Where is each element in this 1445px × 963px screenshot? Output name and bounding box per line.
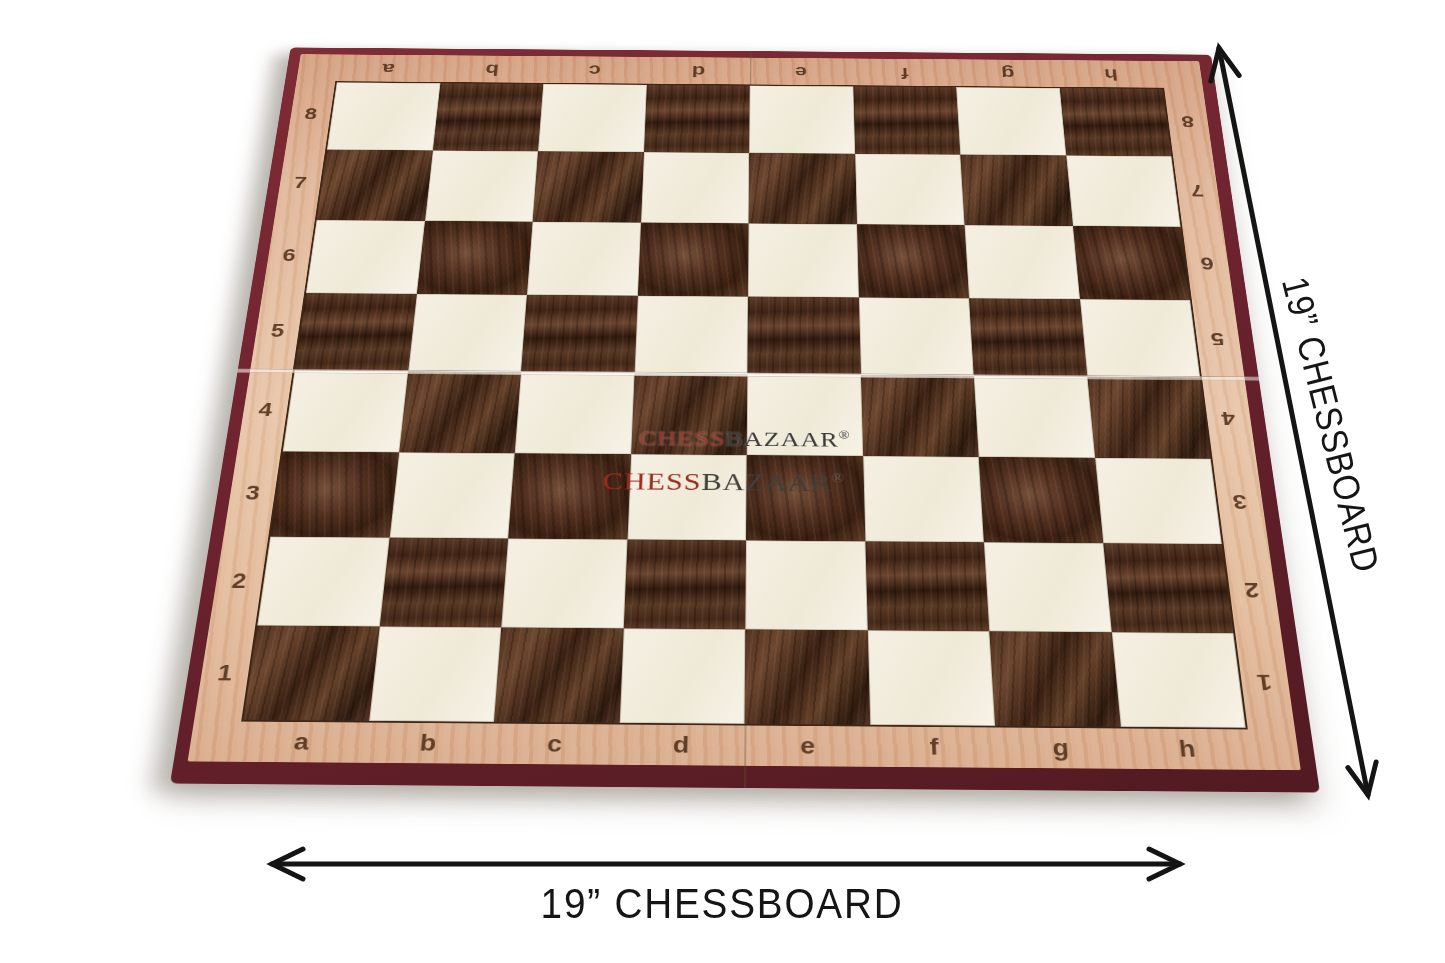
- square-c7: [533, 151, 644, 222]
- brand-bazaar-text: BAZAAR: [701, 469, 831, 496]
- brand-chess-text: CHESS: [602, 468, 702, 495]
- square-b7: [425, 150, 538, 221]
- brand-watermark-upper: CHESSBAZAAR®: [639, 428, 851, 450]
- rank-label-right-5: 5: [1210, 329, 1226, 347]
- square-d7: [641, 152, 750, 223]
- height-dimension-label: 19” CHESSBOARD: [1273, 273, 1387, 577]
- rank-label-right-6: 6: [1200, 254, 1215, 271]
- product-photo-stage: abcdefgh abcdefgh 87654321 87654321 CHES…: [0, 0, 1445, 963]
- square-b6: [416, 221, 532, 295]
- square-f1: [867, 630, 995, 725]
- rank-label-left-8: 8: [303, 107, 318, 123]
- chessboard: abcdefgh abcdefgh 87654321 87654321 CHES…: [170, 47, 1320, 792]
- square-g7: [960, 154, 1072, 225]
- file-label-top-f: f: [901, 65, 909, 80]
- brand-watermark-lower: CHESSBAZAAR®: [602, 469, 845, 495]
- square-d5: [634, 296, 748, 374]
- file-label-bottom-h: h: [1178, 738, 1197, 761]
- square-e2: [745, 540, 867, 630]
- file-label-bottom-f: f: [929, 736, 939, 759]
- width-dimension-text: 19” CHESSBOARD: [541, 879, 904, 927]
- square-f6: [857, 224, 969, 299]
- file-label-top-d: d: [691, 63, 705, 78]
- file-label-top-e: e: [795, 64, 807, 79]
- square-c6: [527, 221, 641, 295]
- square-c2: [501, 538, 627, 628]
- square-b5: [408, 294, 527, 372]
- square-h4: [1087, 377, 1211, 459]
- square-b8: [433, 83, 544, 151]
- square-a5: [295, 293, 417, 371]
- rank-label-right-4: 4: [1221, 408, 1237, 427]
- square-a3: [270, 451, 398, 537]
- square-f2: [865, 541, 989, 632]
- square-c3: [508, 453, 631, 539]
- rank-label-left-2: 2: [230, 571, 247, 592]
- file-label-bottom-d: d: [673, 734, 690, 757]
- border-seam-top: [750, 51, 752, 84]
- square-d1: [619, 629, 745, 724]
- file-label-top-c: c: [589, 62, 602, 77]
- square-e8: [749, 86, 855, 154]
- file-label-bottom-g: g: [1052, 737, 1070, 760]
- square-h2: [1103, 543, 1234, 634]
- square-g6: [965, 225, 1080, 300]
- rank-label-right-7: 7: [1190, 182, 1205, 198]
- square-f5: [859, 298, 974, 376]
- square-f4: [861, 375, 979, 457]
- file-label-bottom-b: b: [419, 732, 437, 755]
- square-c1: [494, 628, 623, 723]
- border-seam-bottom: [744, 726, 746, 789]
- square-h3: [1095, 458, 1222, 544]
- file-label-bottom-c: c: [546, 733, 562, 756]
- square-g4: [974, 376, 1095, 458]
- square-g1: [989, 631, 1120, 726]
- file-label-bottom-e: e: [800, 735, 815, 758]
- board-squares: [241, 81, 1248, 729]
- board-border-frame: abcdefgh abcdefgh 87654321 87654321 CHES…: [188, 54, 1301, 770]
- square-d3: [627, 454, 747, 540]
- square-a8: [327, 82, 440, 150]
- file-label-bottom-a: a: [293, 731, 311, 754]
- rank-label-right-8: 8: [1181, 113, 1195, 129]
- square-f8: [853, 86, 960, 154]
- square-d6: [637, 222, 748, 296]
- rank-label-left-4: 4: [257, 401, 273, 420]
- square-d8: [644, 85, 750, 153]
- square-b3: [389, 452, 515, 538]
- square-a6: [306, 220, 425, 294]
- square-e3: [746, 455, 865, 541]
- rank-label-left-1: 1: [216, 662, 234, 684]
- square-f3: [863, 456, 984, 542]
- square-g8: [956, 87, 1066, 155]
- file-label-top-b: b: [485, 61, 500, 76]
- square-c8: [538, 84, 646, 152]
- rank-label-right-2: 2: [1244, 579, 1261, 600]
- square-h6: [1073, 226, 1191, 301]
- square-g5: [969, 298, 1087, 376]
- file-label-top-h: h: [1103, 66, 1118, 81]
- rank-label-left-7: 7: [293, 175, 308, 191]
- square-a2: [257, 536, 389, 626]
- width-dimension-arrow: [272, 849, 1180, 879]
- registered-mark-icon: ®: [831, 470, 845, 485]
- square-c5: [521, 295, 637, 373]
- square-b1: [369, 627, 502, 722]
- square-e1: [745, 630, 870, 725]
- square-h8: [1059, 88, 1171, 156]
- square-e5: [747, 297, 860, 375]
- square-h1: [1111, 632, 1245, 727]
- square-a4: [283, 370, 408, 452]
- rank-label-left-3: 3: [244, 484, 261, 504]
- rank-label-right-1: 1: [1256, 671, 1274, 693]
- square-b2: [379, 537, 508, 627]
- rank-label-left-5: 5: [270, 322, 286, 340]
- brand-chess-text: CHESS: [639, 426, 726, 449]
- rank-label-right-3: 3: [1232, 491, 1249, 511]
- brand-bazaar-text: BAZAAR: [725, 427, 839, 450]
- square-a7: [317, 149, 433, 220]
- square-b4: [399, 371, 521, 453]
- square-e6: [748, 223, 859, 297]
- square-c4: [515, 372, 634, 454]
- square-h5: [1080, 299, 1201, 377]
- square-g2: [984, 542, 1111, 633]
- registered-mark-icon: ®: [838, 429, 850, 441]
- file-label-top-g: g: [1000, 65, 1014, 80]
- width-dimension-label: 19” CHESSBOARD: [541, 879, 904, 928]
- square-f7: [855, 154, 965, 225]
- square-h7: [1066, 155, 1181, 226]
- square-g3: [979, 457, 1103, 543]
- square-d2: [623, 539, 746, 629]
- square-a1: [243, 626, 379, 721]
- file-label-top-a: a: [382, 61, 396, 76]
- rank-label-left-6: 6: [281, 247, 296, 264]
- height-dimension-text: 19” CHESSBOARD: [1274, 273, 1387, 577]
- square-e7: [749, 153, 857, 224]
